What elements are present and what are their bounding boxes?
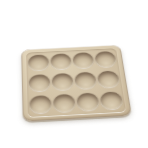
muffin-cup (29, 74, 51, 91)
muffin-cup-cell (28, 72, 52, 94)
muffin-cup (29, 95, 51, 114)
muffin-cup (72, 52, 94, 68)
muffin-cup-grid (27, 49, 125, 116)
product-photo (0, 0, 148, 148)
muffin-cup (53, 94, 76, 112)
muffin-cup (28, 54, 49, 71)
muffin-cup-cell (96, 68, 122, 90)
muffin-cup-cell (98, 89, 125, 112)
muffin-cup-cell (75, 90, 101, 113)
muffin-cup (74, 72, 97, 89)
muffin-cup (94, 51, 116, 67)
muffin-cup (52, 73, 74, 90)
muffin-cup-cell (49, 51, 73, 72)
muffin-cup-cell (73, 70, 98, 92)
muffin-cup-cell (52, 92, 77, 115)
muffin-cup (100, 91, 124, 109)
muffin-cup-cell (50, 71, 75, 93)
muffin-cup (76, 93, 99, 111)
muffin-cup-cell (27, 52, 50, 73)
muffin-cup-cell (28, 93, 53, 116)
muffin-cup (97, 71, 120, 88)
muffin-cup (50, 53, 72, 69)
muffin-pan (21, 45, 132, 122)
muffin-cup-cell (93, 49, 118, 70)
muffin-cup-cell (71, 50, 95, 71)
